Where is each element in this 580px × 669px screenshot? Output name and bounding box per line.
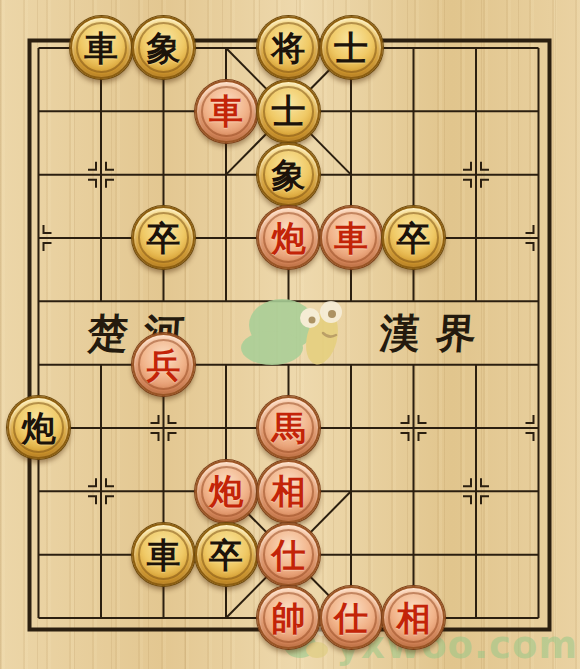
- piece-black-elephant[interactable]: 象: [257, 143, 320, 206]
- piece-label: 相: [397, 601, 431, 635]
- piece-black-general[interactable]: 将: [257, 16, 320, 79]
- piece-black-cannon[interactable]: 炮: [7, 396, 70, 459]
- piece-black-chariot[interactable]: 車: [132, 523, 195, 586]
- piece-red-chariot[interactable]: 車: [320, 206, 383, 269]
- piece-red-soldier[interactable]: 兵: [132, 333, 195, 396]
- piece-black-soldier[interactable]: 卒: [195, 523, 258, 586]
- piece-red-general[interactable]: 帥: [257, 586, 320, 649]
- piece-red-chariot[interactable]: 車: [195, 80, 258, 143]
- piece-label: 車: [147, 538, 181, 572]
- piece-label: 士: [334, 31, 368, 65]
- piece-red-cannon[interactable]: 炮: [257, 206, 320, 269]
- piece-black-soldier[interactable]: 卒: [132, 206, 195, 269]
- piece-label: 卒: [209, 538, 243, 572]
- piece-label: 車: [84, 31, 118, 65]
- piece-label: 象: [272, 158, 306, 192]
- piece-red-elephant[interactable]: 相: [257, 460, 320, 523]
- board-surface[interactable]: 車象将士車士象卒炮車卒兵炮馬炮相車卒仕帥仕相: [7, 16, 570, 649]
- piece-black-soldier[interactable]: 卒: [382, 206, 445, 269]
- piece-red-elephant[interactable]: 相: [382, 586, 445, 649]
- xiangqi-board-screenshot: 楚河 漢界 車象将士車士象卒炮車卒兵炮馬炮相車卒仕帥仕相 yxwoo.com: [0, 0, 580, 669]
- piece-label: 車: [334, 221, 368, 255]
- piece-label: 炮: [272, 221, 306, 255]
- piece-red-cannon[interactable]: 炮: [195, 460, 258, 523]
- piece-label: 馬: [272, 411, 306, 445]
- piece-label: 相: [272, 474, 306, 508]
- piece-label: 卒: [397, 221, 431, 255]
- piece-label: 将: [272, 31, 306, 65]
- piece-red-advisor[interactable]: 仕: [257, 523, 320, 586]
- piece-red-advisor[interactable]: 仕: [320, 586, 383, 649]
- piece-black-chariot[interactable]: 車: [70, 16, 133, 79]
- piece-label: 帥: [272, 601, 306, 635]
- piece-label: 炮: [209, 474, 243, 508]
- piece-label: 仕: [272, 538, 306, 572]
- piece-black-advisor[interactable]: 士: [257, 80, 320, 143]
- piece-label: 卒: [147, 221, 181, 255]
- piece-label: 炮: [22, 411, 56, 445]
- piece-black-elephant[interactable]: 象: [132, 16, 195, 79]
- piece-red-horse[interactable]: 馬: [257, 396, 320, 459]
- piece-black-advisor[interactable]: 士: [320, 16, 383, 79]
- piece-label: 仕: [334, 601, 368, 635]
- piece-label: 象: [147, 31, 181, 65]
- piece-label: 士: [272, 94, 306, 128]
- piece-label: 車: [209, 94, 243, 128]
- piece-label: 兵: [147, 348, 181, 382]
